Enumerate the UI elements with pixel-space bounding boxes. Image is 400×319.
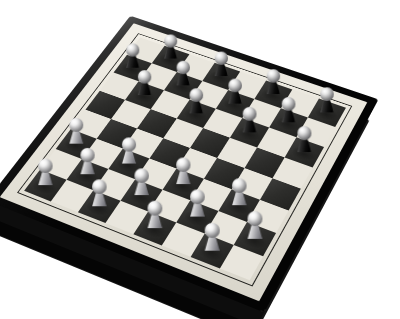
glass-ball-top bbox=[177, 61, 190, 74]
product-photo-scene bbox=[0, 0, 400, 319]
glass-ball-top bbox=[138, 70, 151, 83]
black-man bbox=[125, 43, 140, 67]
piece-body bbox=[126, 55, 140, 68]
piece-body bbox=[190, 202, 206, 217]
glass-ball-top bbox=[243, 107, 257, 121]
glass-ball-top bbox=[92, 179, 107, 194]
piece-body bbox=[266, 81, 280, 94]
glass-ball-top bbox=[232, 178, 247, 193]
light-square-r8c4 bbox=[105, 201, 148, 234]
glass-ball-top bbox=[282, 97, 296, 111]
piece-body bbox=[69, 130, 84, 144]
piece-body bbox=[38, 171, 53, 185]
piece-body bbox=[320, 99, 335, 113]
black-man bbox=[189, 88, 205, 113]
black-man bbox=[163, 34, 178, 58]
glass-ball-top bbox=[80, 148, 94, 162]
checkers-set bbox=[0, 16, 379, 313]
silver-man bbox=[79, 148, 95, 175]
board-tray-frame bbox=[0, 16, 379, 313]
piece-body bbox=[80, 160, 95, 174]
silver-man bbox=[204, 223, 221, 251]
silver-man bbox=[189, 189, 206, 216]
piece-body bbox=[242, 119, 257, 133]
black-man bbox=[176, 61, 191, 86]
dark-square-15 bbox=[190, 128, 230, 158]
silver-man bbox=[121, 137, 137, 163]
glass-ball-top bbox=[134, 168, 148, 182]
piece-body bbox=[228, 90, 243, 104]
glass-ball-top bbox=[190, 88, 204, 102]
glass-ball-top bbox=[69, 118, 83, 132]
piece-body bbox=[247, 224, 263, 239]
piece-body bbox=[137, 82, 151, 95]
black-man bbox=[227, 79, 242, 104]
black-man bbox=[242, 107, 258, 133]
glass-ball-top bbox=[190, 189, 205, 204]
piece-body bbox=[189, 100, 204, 114]
glass-ball-top bbox=[147, 201, 162, 216]
silver-man bbox=[37, 159, 53, 186]
checkers-board-grid bbox=[24, 37, 346, 280]
silver-man bbox=[175, 158, 191, 185]
silver-man bbox=[133, 168, 150, 195]
piece-body bbox=[147, 213, 163, 228]
black-man bbox=[266, 69, 281, 94]
glass-ball-top bbox=[215, 52, 228, 65]
piece-body bbox=[164, 46, 178, 59]
glass-ball-top bbox=[176, 158, 190, 172]
glass-ball-top bbox=[297, 126, 311, 140]
glass-ball-top bbox=[248, 211, 263, 226]
board-face bbox=[0, 23, 367, 301]
black-man bbox=[214, 52, 229, 77]
glass-ball-top bbox=[205, 223, 220, 238]
piece-body bbox=[92, 192, 108, 207]
glass-ball-top bbox=[320, 87, 334, 101]
silver-man bbox=[146, 201, 163, 229]
glass-ball-top bbox=[164, 34, 177, 47]
glass-ball-top bbox=[126, 43, 139, 56]
black-man bbox=[137, 70, 152, 95]
black-man bbox=[296, 126, 312, 152]
piece-body bbox=[231, 191, 247, 206]
piece-body bbox=[281, 109, 296, 123]
piece-body bbox=[204, 236, 220, 251]
silver-man bbox=[231, 178, 248, 205]
black-man bbox=[319, 87, 335, 112]
piece-body bbox=[176, 72, 190, 85]
piece-body bbox=[297, 138, 312, 152]
piece-body bbox=[134, 181, 150, 195]
glass-ball-top bbox=[122, 137, 136, 151]
black-man bbox=[281, 97, 297, 123]
silver-man bbox=[68, 118, 84, 144]
board-inner-border bbox=[17, 33, 352, 286]
silver-man bbox=[91, 179, 108, 206]
glass-ball-top bbox=[267, 69, 280, 82]
glass-ball-top bbox=[38, 159, 52, 173]
piece-body bbox=[121, 150, 136, 164]
glass-ball-top bbox=[228, 79, 242, 93]
piece-body bbox=[176, 170, 191, 184]
silver-man bbox=[246, 211, 263, 239]
piece-body bbox=[214, 63, 228, 76]
